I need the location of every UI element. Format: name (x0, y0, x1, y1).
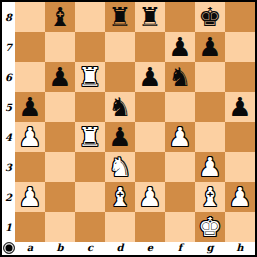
file-labels: abcdefgh (15, 242, 255, 255)
white-knight-d3[interactable]: ♞ (108, 152, 131, 182)
file-label-c: c (75, 242, 105, 255)
square-c3[interactable] (75, 152, 105, 182)
white-pawn-a2[interactable]: ♟ (18, 182, 41, 212)
file-label-b: b (45, 242, 75, 255)
black-pawn-g7[interactable]: ♟ (198, 32, 221, 62)
black-rook-d8[interactable]: ♜ (108, 2, 131, 32)
square-a2[interactable]: ♟ (15, 182, 45, 212)
square-c1[interactable] (75, 212, 105, 242)
rank-label-4: 4 (2, 122, 15, 152)
square-g1[interactable]: ♚ (195, 212, 225, 242)
file-label-f: f (165, 242, 195, 255)
square-e4[interactable] (135, 122, 165, 152)
file-label-d: d (105, 242, 135, 255)
white-king-g1[interactable]: ♚ (198, 212, 221, 242)
black-to-move-indicator (3, 242, 15, 254)
black-pawn-h5[interactable]: ♟ (228, 92, 251, 122)
square-f1[interactable] (165, 212, 195, 242)
black-knight-f6[interactable]: ♞ (168, 62, 191, 92)
square-c5[interactable] (75, 92, 105, 122)
square-f3[interactable] (165, 152, 195, 182)
file-label-g: g (195, 242, 225, 255)
white-pawn-a4[interactable]: ♟ (18, 122, 41, 152)
square-f2[interactable] (165, 182, 195, 212)
square-g5[interactable] (195, 92, 225, 122)
square-g3[interactable]: ♟ (195, 152, 225, 182)
square-f7[interactable]: ♟ (165, 32, 195, 62)
white-rook-c4[interactable]: ♜ (78, 122, 101, 152)
square-h1[interactable] (225, 212, 255, 242)
white-bishop-g2[interactable]: ♝ (198, 182, 221, 212)
square-d3[interactable]: ♞ (105, 152, 135, 182)
white-rook-c6[interactable]: ♜ (78, 62, 101, 92)
square-e8[interactable]: ♜ (135, 2, 165, 32)
square-c7[interactable] (75, 32, 105, 62)
square-c2[interactable] (75, 182, 105, 212)
square-g7[interactable]: ♟ (195, 32, 225, 62)
square-e5[interactable] (135, 92, 165, 122)
square-g2[interactable]: ♝ (195, 182, 225, 212)
square-d7[interactable] (105, 32, 135, 62)
square-a5[interactable]: ♟ (15, 92, 45, 122)
black-pawn-a5[interactable]: ♟ (18, 92, 41, 122)
white-pawn-e2[interactable]: ♟ (138, 182, 161, 212)
square-e6[interactable]: ♟ (135, 62, 165, 92)
chess-diagram: ♝♜♜♚♟♟♟♜♟♞♟♞♟♟♜♟♟♞♟♟♝♟♝♟♚ 87654321 abcde… (0, 0, 257, 257)
black-pawn-d4[interactable]: ♟ (108, 122, 131, 152)
square-d5[interactable]: ♞ (105, 92, 135, 122)
black-bishop-b8[interactable]: ♝ (48, 2, 71, 32)
square-a7[interactable] (15, 32, 45, 62)
black-pawn-f7[interactable]: ♟ (168, 32, 191, 62)
square-f5[interactable] (165, 92, 195, 122)
square-d6[interactable] (105, 62, 135, 92)
file-label-a: a (15, 242, 45, 255)
rank-labels: 87654321 (2, 2, 15, 242)
square-d2[interactable]: ♝ (105, 182, 135, 212)
square-a3[interactable] (15, 152, 45, 182)
square-h5[interactable]: ♟ (225, 92, 255, 122)
square-a8[interactable] (15, 2, 45, 32)
file-label-e: e (135, 242, 165, 255)
square-g8[interactable]: ♚ (195, 2, 225, 32)
square-a6[interactable] (15, 62, 45, 92)
square-g6[interactable] (195, 62, 225, 92)
square-b1[interactable] (45, 212, 75, 242)
file-label-h: h (225, 242, 255, 255)
square-h6[interactable] (225, 62, 255, 92)
black-rook-e8[interactable]: ♜ (138, 2, 161, 32)
square-e7[interactable] (135, 32, 165, 62)
square-h7[interactable] (225, 32, 255, 62)
black-pawn-b6[interactable]: ♟ (48, 62, 71, 92)
square-c4[interactable]: ♜ (75, 122, 105, 152)
chess-board: ♝♜♜♚♟♟♟♜♟♞♟♞♟♟♜♟♟♞♟♟♝♟♝♟♚ (15, 2, 255, 242)
square-h3[interactable] (225, 152, 255, 182)
square-h2[interactable]: ♟ (225, 182, 255, 212)
white-pawn-h2[interactable]: ♟ (228, 182, 251, 212)
square-d1[interactable] (105, 212, 135, 242)
square-c6[interactable]: ♜ (75, 62, 105, 92)
rank-label-3: 3 (2, 152, 15, 182)
square-b7[interactable] (45, 32, 75, 62)
black-king-g8[interactable]: ♚ (198, 2, 221, 32)
square-f6[interactable]: ♞ (165, 62, 195, 92)
square-h4[interactable] (225, 122, 255, 152)
rank-label-5: 5 (2, 92, 15, 122)
white-bishop-d2[interactable]: ♝ (108, 182, 131, 212)
square-f4[interactable]: ♟ (165, 122, 195, 152)
black-pawn-e6[interactable]: ♟ (138, 62, 161, 92)
square-b2[interactable] (45, 182, 75, 212)
square-b5[interactable] (45, 92, 75, 122)
white-pawn-f4[interactable]: ♟ (168, 122, 191, 152)
rank-label-1: 1 (2, 212, 15, 242)
rank-label-6: 6 (2, 62, 15, 92)
square-b8[interactable]: ♝ (45, 2, 75, 32)
square-b3[interactable] (45, 152, 75, 182)
square-g4[interactable] (195, 122, 225, 152)
square-a4[interactable]: ♟ (15, 122, 45, 152)
square-e1[interactable] (135, 212, 165, 242)
square-b4[interactable] (45, 122, 75, 152)
white-pawn-g3[interactable]: ♟ (198, 152, 221, 182)
rank-label-8: 8 (2, 2, 15, 32)
black-knight-d5[interactable]: ♞ (108, 92, 131, 122)
square-c8[interactable] (75, 2, 105, 32)
square-h8[interactable] (225, 2, 255, 32)
rank-label-2: 2 (2, 182, 15, 212)
square-e3[interactable] (135, 152, 165, 182)
square-d8[interactable]: ♜ (105, 2, 135, 32)
square-b6[interactable]: ♟ (45, 62, 75, 92)
square-e2[interactable]: ♟ (135, 182, 165, 212)
square-f8[interactable] (165, 2, 195, 32)
square-d4[interactable]: ♟ (105, 122, 135, 152)
square-a1[interactable] (15, 212, 45, 242)
rank-label-7: 7 (2, 32, 15, 62)
